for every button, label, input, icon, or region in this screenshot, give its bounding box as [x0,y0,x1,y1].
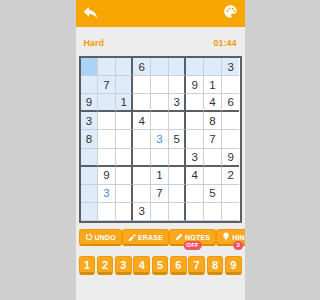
cell-r7c6[interactable] [169,167,187,185]
eraser-icon [128,233,136,242]
cell-r5c1[interactable]: 8 [81,130,99,148]
sudoku-grid: 637919134634883573991423753 [79,56,242,223]
numpad-button-5[interactable]: 5 [152,256,169,275]
cell-r5c3[interactable] [116,130,134,148]
numpad-button-1[interactable]: 1 [79,256,96,275]
cell-r2c8[interactable]: 1 [204,76,222,94]
undo-icon [85,233,93,242]
cell-r6c1[interactable] [81,149,99,167]
numpad-button-3[interactable]: 3 [115,256,132,275]
cell-r7c7[interactable]: 4 [186,167,204,185]
undo-label: UNDO [95,234,116,241]
cell-r1c6[interactable] [169,58,187,76]
cell-r6c8[interactable] [204,149,222,167]
cell-r4c9[interactable] [222,112,240,130]
cell-r8c6[interactable] [169,185,187,203]
cell-r9c9[interactable] [222,203,240,221]
cell-r1c9[interactable]: 3 [222,58,240,76]
cell-r9c1[interactable] [81,203,99,221]
cell-r3c5[interactable] [151,94,169,112]
erase-button[interactable]: ERASE [122,229,169,246]
cell-r7c5[interactable]: 1 [151,167,169,185]
difficulty-label: Hard [84,38,105,48]
cell-r3c8[interactable]: 4 [204,94,222,112]
cell-r7c8[interactable] [204,167,222,185]
cell-r9c6[interactable] [169,203,187,221]
cell-r7c9[interactable]: 2 [222,167,240,185]
cell-r7c2[interactable]: 9 [98,167,116,185]
cell-r5c8[interactable]: 7 [204,130,222,148]
cell-r3c9[interactable]: 6 [222,94,240,112]
cell-r7c3[interactable] [116,167,134,185]
numpad-button-4[interactable]: 4 [133,256,150,275]
cell-r3c1[interactable]: 9 [81,94,99,112]
cell-r4c1[interactable]: 3 [81,112,99,130]
notes-label: NOTES [185,234,210,241]
cell-r4c7[interactable] [186,112,204,130]
cell-r1c2[interactable] [98,58,116,76]
cell-r9c3[interactable] [116,203,134,221]
cell-r5c9[interactable] [222,130,240,148]
back-button[interactable] [82,5,99,22]
cell-r3c3[interactable]: 1 [116,94,134,112]
cell-r3c7[interactable] [186,94,204,112]
cell-r9c5[interactable] [151,203,169,221]
hints-button[interactable]: HINTS 3 [216,229,244,246]
numpad-button-9[interactable]: 9 [225,256,242,275]
hints-label: HINTS [232,234,244,241]
theme-button[interactable] [222,5,239,22]
cell-r9c4[interactable]: 3 [133,203,151,221]
cell-r3c2[interactable] [98,94,116,112]
numpad-button-7[interactable]: 7 [188,256,205,275]
numpad-button-2[interactable]: 2 [97,256,114,275]
cell-r1c5[interactable] [151,58,169,76]
cell-r5c5[interactable]: 3 [151,130,169,148]
cell-r5c4[interactable] [133,130,151,148]
lightbulb-icon [222,232,230,242]
cell-r8c8[interactable]: 5 [204,185,222,203]
cell-r2c9[interactable] [222,76,240,94]
cell-r2c5[interactable] [151,76,169,94]
cell-r4c8[interactable]: 8 [204,112,222,130]
cell-r2c3[interactable] [116,76,134,94]
cell-r5c6[interactable]: 5 [169,130,187,148]
cell-r8c2[interactable]: 3 [98,185,116,203]
cell-r2c2[interactable]: 7 [98,76,116,94]
numpad-button-6[interactable]: 6 [170,256,187,275]
cell-r3c4[interactable] [133,94,151,112]
cell-r4c2[interactable] [98,112,116,130]
cell-r6c5[interactable] [151,149,169,167]
palette-icon [223,4,238,23]
hints-count-badge: 3 [233,241,243,250]
cell-r6c3[interactable] [116,149,134,167]
cell-r1c8[interactable] [204,58,222,76]
cell-r8c5[interactable]: 7 [151,185,169,203]
cell-r1c3[interactable] [116,58,134,76]
numpad-button-8[interactable]: 8 [207,256,224,275]
notes-off-badge: OFF [183,241,202,250]
undo-button[interactable]: UNDO [79,229,122,246]
cell-r6c9[interactable]: 9 [222,149,240,167]
number-pad: 123456789 [79,256,242,275]
cell-r8c7[interactable] [186,185,204,203]
back-arrow-icon [83,5,98,23]
cell-r7c1[interactable] [81,167,99,185]
cell-r2c1[interactable] [81,76,99,94]
notes-button[interactable]: NOTES OFF [169,229,216,246]
cell-r8c1[interactable] [81,185,99,203]
cell-r5c2[interactable] [98,130,116,148]
cell-r6c4[interactable] [133,149,151,167]
cell-r9c8[interactable] [204,203,222,221]
cell-r4c5[interactable] [151,112,169,130]
cell-r6c2[interactable] [98,149,116,167]
toolbar: UNDO ERASE NOTES OFF [79,229,242,247]
cell-r2c6[interactable] [169,76,187,94]
cell-r4c6[interactable] [169,112,187,130]
cell-r8c4[interactable] [133,185,151,203]
cell-r7c4[interactable] [133,167,151,185]
cell-r3c6[interactable]: 3 [169,94,187,112]
cell-r1c7[interactable] [186,58,204,76]
status-row: Hard 01:44 [84,36,237,49]
cell-r1c1[interactable] [81,58,99,76]
timer-label: 01:44 [213,38,236,48]
cell-r6c7[interactable]: 3 [186,149,204,167]
cell-r6c6[interactable] [169,149,187,167]
pencil-icon [175,233,183,242]
sudoku-app: Hard 01:44 637919134634883573991423753 U… [76,0,245,300]
erase-label: ERASE [138,234,163,241]
cell-r5c7[interactable] [186,130,204,148]
cell-r2c7[interactable]: 9 [186,76,204,94]
cell-r4c3[interactable] [116,112,134,130]
cell-r4c4[interactable]: 4 [133,112,151,130]
cell-r9c7[interactable] [186,203,204,221]
cell-r8c9[interactable] [222,185,240,203]
cell-r9c2[interactable] [98,203,116,221]
cell-r1c4[interactable]: 6 [133,58,151,76]
app-header [76,0,245,27]
cell-r2c4[interactable] [133,76,151,94]
cell-r8c3[interactable] [116,185,134,203]
